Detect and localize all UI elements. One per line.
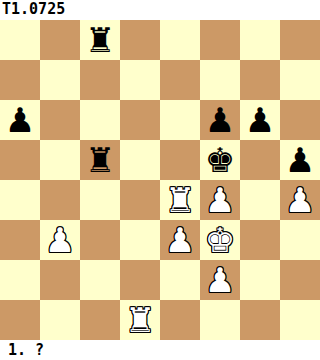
square-d1[interactable]: ♜	[120, 300, 160, 340]
square-h8[interactable]	[280, 20, 320, 60]
square-b3[interactable]: ♟	[40, 220, 80, 260]
square-h4[interactable]: ♟	[280, 180, 320, 220]
square-f1[interactable]	[200, 300, 240, 340]
square-h1[interactable]	[280, 300, 320, 340]
square-b8[interactable]	[40, 20, 80, 60]
square-g1[interactable]	[240, 300, 280, 340]
square-e6[interactable]	[160, 100, 200, 140]
black-pawn[interactable]: ♟	[5, 100, 35, 140]
white-pawn[interactable]: ♟	[205, 260, 235, 300]
square-a2[interactable]	[0, 260, 40, 300]
square-d4[interactable]	[120, 180, 160, 220]
square-a5[interactable]	[0, 140, 40, 180]
square-d5[interactable]	[120, 140, 160, 180]
square-c1[interactable]	[80, 300, 120, 340]
square-e1[interactable]	[160, 300, 200, 340]
black-rook[interactable]: ♜	[85, 20, 115, 60]
square-c6[interactable]	[80, 100, 120, 140]
square-e3[interactable]: ♟	[160, 220, 200, 260]
square-h6[interactable]	[280, 100, 320, 140]
square-c8[interactable]: ♜	[80, 20, 120, 60]
square-e4[interactable]: ♜	[160, 180, 200, 220]
square-f4[interactable]: ♟	[200, 180, 240, 220]
square-e5[interactable]	[160, 140, 200, 180]
square-a8[interactable]	[0, 20, 40, 60]
white-rook[interactable]: ♜	[125, 300, 155, 340]
square-g4[interactable]	[240, 180, 280, 220]
chess-board: ♜♟♟♟♜♚♟♜♟♟♟♟♚♟♜	[0, 20, 320, 340]
square-g3[interactable]	[240, 220, 280, 260]
square-e7[interactable]	[160, 60, 200, 100]
white-king[interactable]: ♚	[205, 220, 235, 260]
square-b7[interactable]	[40, 60, 80, 100]
square-c2[interactable]	[80, 260, 120, 300]
square-b5[interactable]	[40, 140, 80, 180]
square-f6[interactable]: ♟	[200, 100, 240, 140]
square-g8[interactable]	[240, 20, 280, 60]
square-e2[interactable]	[160, 260, 200, 300]
black-pawn[interactable]: ♟	[285, 140, 315, 180]
square-g2[interactable]	[240, 260, 280, 300]
white-pawn[interactable]: ♟	[165, 220, 195, 260]
white-rook[interactable]: ♜	[165, 180, 195, 220]
square-f2[interactable]: ♟	[200, 260, 240, 300]
white-pawn[interactable]: ♟	[45, 220, 75, 260]
square-a7[interactable]	[0, 60, 40, 100]
square-b6[interactable]	[40, 100, 80, 140]
square-g7[interactable]	[240, 60, 280, 100]
square-a1[interactable]	[0, 300, 40, 340]
square-h5[interactable]: ♟	[280, 140, 320, 180]
square-g6[interactable]: ♟	[240, 100, 280, 140]
square-d3[interactable]	[120, 220, 160, 260]
square-f7[interactable]	[200, 60, 240, 100]
square-b2[interactable]	[40, 260, 80, 300]
square-c3[interactable]	[80, 220, 120, 260]
move-prompt: 1. ?	[0, 340, 320, 360]
black-rook[interactable]: ♜	[85, 140, 115, 180]
white-pawn[interactable]: ♟	[205, 180, 235, 220]
square-d8[interactable]	[120, 20, 160, 60]
square-h2[interactable]	[280, 260, 320, 300]
square-a6[interactable]: ♟	[0, 100, 40, 140]
square-f3[interactable]: ♚	[200, 220, 240, 260]
square-h7[interactable]	[280, 60, 320, 100]
black-pawn[interactable]: ♟	[245, 100, 275, 140]
square-g5[interactable]	[240, 140, 280, 180]
square-f8[interactable]	[200, 20, 240, 60]
black-pawn[interactable]: ♟	[205, 100, 235, 140]
square-c4[interactable]	[80, 180, 120, 220]
square-b1[interactable]	[40, 300, 80, 340]
puzzle-id: T1.0725	[0, 0, 320, 20]
square-d6[interactable]	[120, 100, 160, 140]
square-a3[interactable]	[0, 220, 40, 260]
square-h3[interactable]	[280, 220, 320, 260]
square-d7[interactable]	[120, 60, 160, 100]
chess-puzzle-page: T1.0725 ♜♟♟♟♜♚♟♜♟♟♟♟♚♟♜ 1. ?	[0, 0, 320, 360]
black-king[interactable]: ♚	[205, 140, 235, 180]
square-b4[interactable]	[40, 180, 80, 220]
square-f5[interactable]: ♚	[200, 140, 240, 180]
square-c5[interactable]: ♜	[80, 140, 120, 180]
white-pawn[interactable]: ♟	[285, 180, 315, 220]
square-e8[interactable]	[160, 20, 200, 60]
square-a4[interactable]	[0, 180, 40, 220]
square-d2[interactable]	[120, 260, 160, 300]
square-c7[interactable]	[80, 60, 120, 100]
